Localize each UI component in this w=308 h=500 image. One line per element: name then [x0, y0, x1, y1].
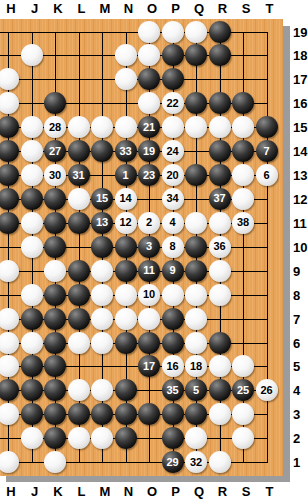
stone-white-S15[interactable]: [232, 116, 254, 138]
row-label-9: 9: [293, 263, 300, 278]
stone-black-O15[interactable]: 21: [138, 116, 160, 138]
stone-black-N2[interactable]: [115, 427, 137, 449]
stone-white-N11[interactable]: 12: [115, 212, 137, 234]
stone-white-H3[interactable]: [0, 403, 19, 425]
row-label-12: 12: [293, 191, 307, 206]
stone-black-Q3[interactable]: [185, 403, 207, 425]
stone-white-T4[interactable]: 26: [256, 379, 278, 401]
stone-white-M7[interactable]: [91, 308, 113, 330]
stone-white-Q15[interactable]: [185, 116, 207, 138]
row-label-6: 6: [293, 335, 300, 350]
row-label-13: 13: [293, 168, 307, 183]
col-label-T-top: T: [266, 1, 274, 16]
row-label-2: 2: [293, 431, 300, 446]
stone-black-N10[interactable]: [115, 236, 137, 258]
stone-white-Q7[interactable]: [185, 308, 207, 330]
stone-black-K4[interactable]: [44, 379, 66, 401]
stone-black-S4[interactable]: 25: [232, 379, 254, 401]
col-label-N-bottom: N: [124, 484, 133, 499]
stone-black-Q16[interactable]: [185, 92, 207, 114]
row-label-5: 5: [293, 359, 300, 374]
stone-white-K13[interactable]: 30: [44, 164, 66, 186]
row-label-3: 3: [293, 407, 300, 422]
stone-white-J18[interactable]: [21, 44, 43, 66]
stone-black-K7[interactable]: [44, 308, 66, 330]
stone-white-R10[interactable]: 36: [209, 236, 231, 258]
stone-black-R6[interactable]: [209, 332, 231, 354]
stone-white-M4[interactable]: [91, 379, 113, 401]
stone-black-Q9[interactable]: [185, 260, 207, 282]
stone-black-J12[interactable]: [21, 188, 43, 210]
stone-white-S3[interactable]: [232, 403, 254, 425]
stone-black-Q4[interactable]: 5: [185, 379, 207, 401]
stone-black-O9[interactable]: 11: [138, 260, 160, 282]
stone-black-L9[interactable]: [68, 260, 90, 282]
stone-white-H16[interactable]: [0, 92, 19, 114]
stone-white-Q6[interactable]: [185, 332, 207, 354]
stone-black-K12[interactable]: [44, 188, 66, 210]
row-label-1: 1: [293, 455, 300, 470]
stone-white-T13[interactable]: 6: [256, 164, 278, 186]
row-label-16: 16: [293, 96, 307, 111]
stone-white-P12[interactable]: 34: [162, 188, 184, 210]
stone-white-H17[interactable]: [0, 68, 19, 90]
stone-black-K11[interactable]: [44, 212, 66, 234]
col-label-J-top: J: [31, 1, 38, 16]
stone-black-M3[interactable]: [91, 403, 113, 425]
stone-white-H5[interactable]: [0, 355, 19, 377]
stone-black-K2[interactable]: [44, 427, 66, 449]
col-label-K-bottom: K: [53, 484, 62, 499]
stone-white-R15[interactable]: [209, 116, 231, 138]
stone-white-H1[interactable]: [0, 451, 19, 473]
stone-white-R11[interactable]: [209, 212, 231, 234]
stone-white-J6[interactable]: [21, 332, 43, 354]
stone-black-M12[interactable]: 15: [91, 188, 113, 210]
stone-white-Q5[interactable]: 18: [185, 355, 207, 377]
stone-white-O16[interactable]: [138, 92, 160, 114]
stone-black-N9[interactable]: [115, 260, 137, 282]
stone-white-N7[interactable]: [115, 308, 137, 330]
stone-black-P3[interactable]: [162, 403, 184, 425]
stone-black-P2[interactable]: [162, 427, 184, 449]
stone-black-S14[interactable]: [232, 140, 254, 162]
stone-black-L8[interactable]: [68, 284, 90, 306]
stone-black-T14[interactable]: 7: [256, 140, 278, 162]
col-label-O-bottom: O: [147, 484, 157, 499]
stone-white-N18[interactable]: [115, 44, 137, 66]
stone-white-P8[interactable]: [162, 284, 184, 306]
col-label-Q-top: Q: [194, 1, 204, 16]
stone-black-L13[interactable]: 31: [68, 164, 90, 186]
stone-white-P10[interactable]: 8: [162, 236, 184, 258]
col-label-R-bottom: R: [218, 484, 227, 499]
stone-black-N3[interactable]: [115, 403, 137, 425]
col-label-L-bottom: L: [78, 484, 86, 499]
stone-white-N15[interactable]: [115, 116, 137, 138]
stone-black-N6[interactable]: [115, 332, 137, 354]
stone-black-K10[interactable]: [44, 236, 66, 258]
stone-white-S2[interactable]: [232, 427, 254, 449]
stone-black-P1[interactable]: 29: [162, 451, 184, 473]
stone-black-P7[interactable]: [162, 308, 184, 330]
stone-white-O19[interactable]: [138, 21, 160, 43]
col-label-P-bottom: P: [171, 484, 180, 499]
stone-white-Q8[interactable]: [185, 284, 207, 306]
stone-white-J15[interactable]: [21, 116, 43, 138]
row-label-8: 8: [293, 287, 300, 302]
stone-white-R1[interactable]: [209, 451, 231, 473]
stone-white-S5[interactable]: [232, 355, 254, 377]
stone-white-R3[interactable]: [209, 403, 231, 425]
stone-white-K9[interactable]: [44, 260, 66, 282]
stone-white-S11[interactable]: 38: [232, 212, 254, 234]
stone-black-J3[interactable]: [21, 403, 43, 425]
stone-white-S13[interactable]: [232, 164, 254, 186]
row-label-7: 7: [293, 311, 300, 326]
stone-white-O8[interactable]: 10: [138, 284, 160, 306]
stone-white-L12[interactable]: [68, 188, 90, 210]
stone-black-K6[interactable]: [44, 332, 66, 354]
row-label-19: 19: [293, 24, 307, 39]
stone-white-Q11[interactable]: [185, 212, 207, 234]
stone-white-O7[interactable]: [138, 308, 160, 330]
col-label-S-top: S: [242, 1, 251, 16]
stone-black-Q10[interactable]: [185, 236, 207, 258]
row-label-15: 15: [293, 120, 307, 135]
stone-black-O5[interactable]: 17: [138, 355, 160, 377]
row-label-11: 11: [293, 215, 307, 230]
stone-black-J4[interactable]: [21, 379, 43, 401]
stone-black-K14[interactable]: 27: [44, 140, 66, 162]
stone-black-P17[interactable]: [162, 68, 184, 90]
col-label-M-top: M: [100, 1, 111, 16]
stone-black-L3[interactable]: [68, 403, 90, 425]
row-label-18: 18: [293, 48, 307, 63]
stone-white-M6[interactable]: [91, 332, 113, 354]
stone-white-L4[interactable]: [68, 379, 90, 401]
stone-black-O10[interactable]: 3: [138, 236, 160, 258]
col-label-H-top: H: [6, 1, 15, 16]
stone-white-J13[interactable]: [21, 164, 43, 186]
stone-black-M14[interactable]: [91, 140, 113, 162]
stone-white-N12[interactable]: 14: [115, 188, 137, 210]
stone-white-J14[interactable]: [21, 140, 43, 162]
stone-white-M15[interactable]: [91, 116, 113, 138]
stone-black-O14[interactable]: 19: [138, 140, 160, 162]
stone-white-S12[interactable]: [232, 188, 254, 210]
stone-black-P4[interactable]: 35: [162, 379, 184, 401]
stone-white-J11[interactable]: [21, 212, 43, 234]
stone-black-J5[interactable]: [21, 355, 43, 377]
stone-black-Q18[interactable]: [185, 44, 207, 66]
stone-white-M2[interactable]: [91, 427, 113, 449]
stone-black-J7[interactable]: [21, 308, 43, 330]
stone-black-N14[interactable]: 33: [115, 140, 137, 162]
stone-black-R16[interactable]: [209, 92, 231, 114]
stone-black-M10[interactable]: [91, 236, 113, 258]
stone-white-K1[interactable]: [44, 451, 66, 473]
col-label-S-bottom: S: [242, 484, 251, 499]
stone-black-S16[interactable]: [232, 92, 254, 114]
stone-white-N8[interactable]: [115, 284, 137, 306]
stone-black-L14[interactable]: [68, 140, 90, 162]
stone-white-P5[interactable]: 16: [162, 355, 184, 377]
stone-black-H14[interactable]: [0, 140, 19, 162]
col-label-P-top: P: [171, 1, 180, 16]
col-label-L-top: L: [78, 1, 86, 16]
stone-black-R4[interactable]: [209, 379, 231, 401]
stone-black-R13[interactable]: [209, 164, 231, 186]
stone-white-Q2[interactable]: [185, 427, 207, 449]
stone-white-P19[interactable]: [162, 21, 184, 43]
col-label-J-bottom: J: [31, 484, 38, 499]
col-label-K-top: K: [53, 1, 62, 16]
row-label-10: 10: [293, 239, 307, 254]
stone-white-R8[interactable]: [209, 284, 231, 306]
col-label-H-bottom: H: [6, 484, 15, 499]
stone-white-P16[interactable]: 22: [162, 92, 184, 114]
stone-black-R19[interactable]: [209, 21, 231, 43]
stone-white-M8[interactable]: [91, 284, 113, 306]
col-label-R-top: R: [218, 1, 227, 16]
stone-white-Q19[interactable]: [185, 21, 207, 43]
stone-white-P14[interactable]: 24: [162, 140, 184, 162]
stone-black-H12[interactable]: [0, 188, 19, 210]
stone-black-K5[interactable]: [44, 355, 66, 377]
stone-white-J8[interactable]: [21, 284, 43, 306]
stone-white-R9[interactable]: [209, 260, 231, 282]
go-board-diagram: HJKLMNOPQRST 222821273319247303112320615…: [0, 0, 308, 500]
go-board[interactable]: 2228212733192473031123206151434371312243…: [0, 19, 283, 476]
stone-black-H15[interactable]: [0, 116, 19, 138]
col-label-Q-bottom: Q: [194, 484, 204, 499]
stone-black-N13[interactable]: 1: [115, 164, 137, 186]
stone-white-P13[interactable]: 20: [162, 164, 184, 186]
stone-black-M11[interactable]: 13: [91, 212, 113, 234]
stone-black-R12[interactable]: 37: [209, 188, 231, 210]
stone-white-K15[interactable]: 28: [44, 116, 66, 138]
stone-white-M9[interactable]: [91, 260, 113, 282]
board-shadow-bottom: [6, 476, 290, 482]
stone-white-L6[interactable]: [68, 332, 90, 354]
stone-white-H6[interactable]: [0, 332, 19, 354]
stone-black-H11[interactable]: [0, 212, 19, 234]
stone-white-L2[interactable]: [68, 427, 90, 449]
stone-white-Q1[interactable]: 32: [185, 451, 207, 473]
stone-black-N4[interactable]: [115, 379, 137, 401]
board-shadow-right: [283, 26, 290, 481]
col-label-N-top: N: [124, 1, 133, 16]
stone-black-H13[interactable]: [0, 164, 19, 186]
stone-black-P6[interactable]: [162, 332, 184, 354]
stone-black-K3[interactable]: [44, 403, 66, 425]
stone-black-O13[interactable]: 23: [138, 164, 160, 186]
stone-white-R5[interactable]: [209, 355, 231, 377]
stone-white-H7[interactable]: [0, 308, 19, 330]
stone-black-R14[interactable]: [209, 140, 231, 162]
row-label-4: 4: [293, 383, 300, 398]
stone-black-L7[interactable]: [68, 308, 90, 330]
stone-white-J10[interactable]: [21, 236, 43, 258]
col-label-O-top: O: [147, 1, 157, 16]
stone-white-P15[interactable]: [162, 116, 184, 138]
row-label-17: 17: [293, 72, 307, 87]
stone-white-N17[interactable]: [115, 68, 137, 90]
stone-black-O6[interactable]: [138, 332, 160, 354]
stone-white-O18[interactable]: [138, 44, 160, 66]
stone-black-P18[interactable]: [162, 44, 184, 66]
stone-black-O17[interactable]: [138, 68, 160, 90]
row-label-14: 14: [293, 144, 307, 159]
stone-black-K8[interactable]: [44, 284, 66, 306]
stone-white-J2[interactable]: [21, 427, 43, 449]
stone-black-P9[interactable]: 9: [162, 260, 184, 282]
stone-white-O11[interactable]: 2: [138, 212, 160, 234]
stone-black-R18[interactable]: [209, 44, 231, 66]
stone-black-O3[interactable]: [138, 403, 160, 425]
stone-white-P11[interactable]: 4: [162, 212, 184, 234]
stone-black-K16[interactable]: [44, 92, 66, 114]
stone-black-Q13[interactable]: [185, 164, 207, 186]
stone-black-T15[interactable]: [256, 116, 278, 138]
stone-white-H9[interactable]: [0, 260, 19, 282]
stone-black-H4[interactable]: [0, 379, 19, 401]
stone-black-L11[interactable]: [68, 212, 90, 234]
col-label-T-bottom: T: [266, 484, 274, 499]
stone-white-L15[interactable]: [68, 116, 90, 138]
col-label-M-bottom: M: [100, 484, 111, 499]
